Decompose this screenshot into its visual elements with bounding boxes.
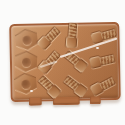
nut-hole bbox=[21, 35, 31, 45]
mold-tab bbox=[90, 96, 101, 104]
bolt-head-shape bbox=[66, 36, 78, 48]
bolt-cavity bbox=[61, 74, 89, 99]
nut-cavity bbox=[15, 51, 38, 72]
hex-nut-shape bbox=[14, 29, 38, 52]
nut-hole bbox=[21, 79, 31, 89]
bolt-cavity bbox=[36, 24, 63, 51]
hex-nut-shape bbox=[15, 51, 38, 72]
nut-cavity bbox=[14, 29, 38, 52]
mold-tabs bbox=[11, 24, 117, 26]
nut-cavity bbox=[14, 73, 38, 95]
bolt-cavity bbox=[89, 52, 116, 70]
bolt-thread-shape bbox=[68, 23, 77, 38]
bolt-thread-shape bbox=[99, 76, 116, 90]
bolt-cavity bbox=[65, 22, 80, 48]
bolt-thread-shape bbox=[44, 26, 60, 42]
hex-nut-shape bbox=[14, 73, 38, 95]
mold-tab bbox=[29, 97, 42, 105]
bolt-cavity bbox=[62, 48, 90, 74]
nut-hole bbox=[21, 57, 30, 66]
bolt-thread-shape bbox=[45, 50, 61, 67]
chocolate-mold-tray bbox=[9, 22, 121, 102]
bolt-thread-shape bbox=[100, 28, 117, 40]
mold-cavities bbox=[11, 24, 117, 26]
bolt-thread-shape bbox=[99, 54, 115, 65]
photo-background bbox=[0, 0, 125, 125]
bolt-cavity bbox=[90, 26, 118, 45]
mold-tab bbox=[53, 97, 80, 106]
bolt-cavity bbox=[36, 48, 62, 75]
bolt-cavity bbox=[89, 74, 117, 97]
